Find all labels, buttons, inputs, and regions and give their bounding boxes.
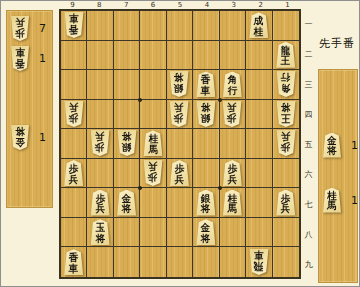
board-square-2三[interactable]: [246, 70, 272, 100]
board-square-9四[interactable]: 歩兵: [61, 100, 87, 130]
piece-body: 歩兵: [63, 160, 84, 186]
shogi-piece-sente[interactable]: 桂馬: [222, 190, 243, 216]
board-square-1三[interactable]: 角行: [273, 70, 299, 100]
board-square-6五[interactable]: 桂馬: [140, 129, 166, 159]
board-square-3七[interactable]: 桂馬: [220, 188, 246, 218]
board-square-9六[interactable]: 歩兵: [61, 159, 87, 189]
piece-body: 香車: [195, 71, 216, 97]
shogi-piece-sente[interactable]: 香車: [195, 71, 216, 97]
piece-body: 王将: [275, 101, 296, 127]
board-square-8五[interactable]: 歩兵: [87, 129, 113, 159]
board-square-6一[interactable]: [140, 11, 166, 41]
piece-kanji: 兵: [69, 175, 79, 186]
shogi-piece-gote[interactable]: 歩兵: [275, 130, 296, 156]
board-square-8六[interactable]: [87, 159, 113, 189]
piece-kanji: 兵: [69, 102, 79, 113]
board-square-2六[interactable]: [246, 159, 272, 189]
piece-kanji: 将: [95, 234, 105, 245]
piece-kanji: 銀: [122, 142, 132, 153]
board-square-3六[interactable]: 歩兵: [220, 159, 246, 189]
board-square-3一[interactable]: [220, 11, 246, 41]
board-square-2八[interactable]: [246, 218, 272, 248]
rank-label: 八: [302, 219, 315, 249]
board-square-1六[interactable]: [273, 159, 299, 189]
file-label: 4: [193, 1, 220, 9]
turn-indicator: 先手番: [315, 36, 359, 51]
piece-body: 歩兵: [275, 130, 296, 156]
piece-kanji: 馬: [327, 201, 337, 212]
hand-piece-gote[interactable]: 歩兵: [10, 16, 30, 41]
hand-piece-sente[interactable]: 桂馬: [322, 188, 342, 213]
piece-body: 歩兵: [10, 16, 30, 41]
board-square-7五[interactable]: 銀将: [114, 129, 140, 159]
piece-kanji: 金: [15, 136, 25, 147]
piece-kanji: 兵: [228, 175, 238, 186]
piece-body: 金将: [10, 125, 30, 150]
board-square-1一[interactable]: [273, 11, 299, 41]
hand-count: 1: [351, 194, 358, 207]
rank-label: 九: [302, 249, 315, 279]
board-square-4一[interactable]: [193, 11, 219, 41]
piece-kanji: 王: [281, 112, 291, 123]
rank-label: 六: [302, 159, 315, 189]
board-square-8三[interactable]: [87, 70, 113, 100]
piece-kanji: 馬: [148, 145, 158, 156]
hand-item: 歩兵7: [10, 15, 46, 41]
board-square-5六[interactable]: 歩兵: [167, 159, 193, 189]
board-square-8四[interactable]: [87, 100, 113, 130]
board-square-7八[interactable]: [114, 218, 140, 248]
board-square-6四[interactable]: [140, 100, 166, 130]
piece-body: 香車: [63, 249, 84, 275]
board-square-9七[interactable]: [61, 188, 87, 218]
piece-body: 角行: [222, 71, 243, 97]
board-square-4三[interactable]: 香車: [193, 70, 219, 100]
hoshi-dot: [218, 186, 222, 190]
board-square-1七[interactable]: 歩兵: [273, 188, 299, 218]
piece-body: 歩兵: [169, 160, 190, 186]
shogi-app-window: 987654321 香車成桂龍王銀将香車角行角行歩兵歩兵銀将歩兵王将歩兵銀将桂馬…: [0, 0, 360, 287]
piece-kanji: 兵: [95, 204, 105, 215]
file-labels: 987654321: [59, 1, 301, 9]
hoshi-dot: [138, 186, 142, 190]
piece-kanji: 車: [69, 264, 79, 275]
board-square-1二[interactable]: 龍王: [273, 41, 299, 71]
board-square-6八[interactable]: [140, 218, 166, 248]
board-square-8二[interactable]: [87, 41, 113, 71]
piece-kanji: 将: [175, 72, 185, 83]
piece-kanji: 車: [69, 13, 79, 24]
shogi-piece-gote[interactable]: 銀将: [116, 130, 137, 156]
board-square-2二[interactable]: [246, 41, 272, 71]
board-square-3八[interactable]: [220, 218, 246, 248]
board-square-5二[interactable]: [167, 41, 193, 71]
board-square-8八[interactable]: 玉将: [87, 218, 113, 248]
shogi-piece-sente[interactable]: 桂馬: [143, 130, 164, 156]
piece-kanji: 将: [327, 146, 337, 157]
piece-kanji: 車: [15, 47, 25, 58]
board-square-5四[interactable]: 歩兵: [167, 100, 193, 130]
piece-kanji: 車: [201, 86, 211, 97]
sente-hand-tray: 金将1桂馬1: [318, 69, 358, 283]
hoshi-dot: [218, 98, 222, 102]
piece-kanji: 行: [228, 86, 238, 97]
piece-body: 歩兵: [63, 101, 84, 127]
piece-body: 龍王: [275, 42, 296, 68]
piece-kanji: 歩: [95, 142, 105, 153]
piece-kanji: 飛: [254, 261, 264, 272]
piece-kanji: 馬: [228, 204, 238, 215]
board-square-5八[interactable]: [167, 218, 193, 248]
hoshi-dot: [138, 98, 142, 102]
file-label: 2: [247, 1, 274, 9]
piece-body: 金将: [116, 190, 137, 216]
hand-item: 金将1: [10, 124, 46, 150]
hand-item: 桂馬1: [322, 187, 358, 213]
piece-kanji: 歩: [281, 142, 291, 153]
board-square-5五[interactable]: [167, 129, 193, 159]
shogi-piece-sente[interactable]: 歩兵: [222, 160, 243, 186]
hand-item: 金将1: [322, 132, 358, 158]
board-square-9八[interactable]: [61, 218, 87, 248]
file-label: 6: [140, 1, 167, 9]
piece-body: 歩兵: [222, 160, 243, 186]
piece-body: 金将: [322, 133, 342, 158]
piece-kanji: 将: [201, 204, 211, 215]
shogi-piece-gote[interactable]: 王将: [275, 101, 296, 127]
shogi-piece-gote[interactable]: 歩兵: [222, 101, 243, 127]
piece-kanji: 将: [122, 131, 132, 142]
piece-kanji: 兵: [281, 131, 291, 142]
piece-body: 歩兵: [222, 101, 243, 127]
board-square-6三[interactable]: [140, 70, 166, 100]
board-square-8九[interactable]: [87, 247, 113, 277]
board-square-5九[interactable]: [167, 247, 193, 277]
piece-body: 銀将: [195, 190, 216, 216]
piece-body: 銀将: [116, 130, 137, 156]
board-square-4八[interactable]: 金将: [193, 218, 219, 248]
board-square-6二[interactable]: [140, 41, 166, 71]
board-square-2九[interactable]: 飛車: [246, 247, 272, 277]
rank-label: 四: [302, 99, 315, 129]
board-square-1八[interactable]: [273, 218, 299, 248]
piece-body: 金将: [195, 219, 216, 245]
piece-kanji: 兵: [175, 175, 185, 186]
board-square-1四[interactable]: 王将: [273, 100, 299, 130]
shogi-piece-sente[interactable]: 金将: [195, 219, 216, 245]
shogi-piece-sente[interactable]: 玉将: [90, 219, 111, 245]
piece-kanji: 兵: [148, 161, 158, 172]
board-square-5三[interactable]: 銀将: [167, 70, 193, 100]
shogi-piece-sente[interactable]: 成桂: [248, 12, 269, 38]
piece-kanji: 歩: [15, 27, 25, 38]
file-label: 3: [220, 1, 247, 9]
shogi-piece-gote[interactable]: 角行: [275, 71, 296, 97]
shogi-piece-gote[interactable]: 銀将: [169, 71, 190, 97]
piece-kanji: 銀: [175, 83, 185, 94]
hand-count: 1: [39, 131, 46, 144]
shogi-piece-gote[interactable]: 銀将: [195, 101, 216, 127]
board-square-4四[interactable]: 銀将: [193, 100, 219, 130]
piece-kanji: 兵: [281, 204, 291, 215]
board-square-2七[interactable]: [246, 188, 272, 218]
piece-kanji: 桂: [254, 27, 264, 38]
board-square-7二[interactable]: [114, 41, 140, 71]
board-square-8一[interactable]: [87, 11, 113, 41]
board-square-3九[interactable]: [220, 247, 246, 277]
file-label: 1: [274, 1, 301, 9]
piece-kanji: 将: [201, 102, 211, 113]
piece-body: 歩兵: [169, 101, 190, 127]
shogi-piece-sente[interactable]: 金将: [116, 190, 137, 216]
piece-kanji: 将: [122, 204, 132, 215]
board-square-9三[interactable]: [61, 70, 87, 100]
piece-kanji: 将: [201, 234, 211, 245]
shogi-piece-gote[interactable]: 飛車: [248, 249, 269, 275]
piece-body: 香車: [63, 12, 84, 38]
piece-body: 桂馬: [222, 190, 243, 216]
board-square-7一[interactable]: [114, 11, 140, 41]
piece-kanji: 将: [281, 102, 291, 113]
board-square-3五[interactable]: [220, 129, 246, 159]
shogi-piece-sente[interactable]: 歩兵: [275, 190, 296, 216]
piece-kanji: 行: [281, 72, 291, 83]
hand-piece-gote[interactable]: 香車: [10, 46, 30, 71]
piece-body: 銀将: [195, 101, 216, 127]
hand-piece-sente[interactable]: 金将: [322, 133, 342, 158]
shogi-piece-sente[interactable]: 歩兵: [63, 160, 84, 186]
hand-count: 1: [351, 139, 358, 152]
piece-body: 成桂: [248, 12, 269, 38]
board-square-5七[interactable]: [167, 188, 193, 218]
piece-body: 歩兵: [90, 190, 111, 216]
piece-body: 角行: [275, 71, 296, 97]
board-square-2五[interactable]: [246, 129, 272, 159]
file-label: 8: [86, 1, 113, 9]
board-square-3四[interactable]: 歩兵: [220, 100, 246, 130]
piece-kanji: 兵: [15, 17, 25, 28]
piece-body: 玉将: [90, 219, 111, 245]
shogi-piece-sente[interactable]: 香車: [63, 249, 84, 275]
board-square-3二[interactable]: [220, 41, 246, 71]
shogi-piece-gote[interactable]: 歩兵: [169, 101, 190, 127]
board-square-5一[interactable]: [167, 11, 193, 41]
piece-kanji: 香: [15, 57, 25, 68]
rank-label: 三: [302, 69, 315, 99]
shogi-board: 香車成桂龍王銀将香車角行角行歩兵歩兵銀将歩兵王将歩兵銀将桂馬歩兵歩兵歩兵歩兵歩兵…: [59, 9, 301, 279]
board-square-9九[interactable]: 香車: [61, 247, 87, 277]
piece-kanji: 歩: [69, 112, 79, 123]
shogi-piece-gote[interactable]: 歩兵: [90, 130, 111, 156]
piece-body: 桂馬: [322, 188, 342, 213]
shogi-piece-gote[interactable]: 歩兵: [143, 160, 164, 186]
board-square-6七[interactable]: [140, 188, 166, 218]
shogi-piece-sente[interactable]: 歩兵: [169, 160, 190, 186]
piece-body: 飛車: [248, 249, 269, 275]
board-square-4五[interactable]: [193, 129, 219, 159]
board-square-7六[interactable]: [114, 159, 140, 189]
piece-kanji: 歩: [148, 172, 158, 183]
board-square-4六[interactable]: [193, 159, 219, 189]
board-square-8七[interactable]: 歩兵: [87, 188, 113, 218]
rank-label: 二: [302, 39, 315, 69]
hand-count: 7: [39, 22, 46, 35]
shogi-piece-sente[interactable]: 角行: [222, 71, 243, 97]
board-square-7九[interactable]: [114, 247, 140, 277]
piece-body: 香車: [10, 46, 30, 71]
piece-kanji: 歩: [228, 112, 238, 123]
board-square-2一[interactable]: 成桂: [246, 11, 272, 41]
file-label: 9: [59, 1, 86, 9]
board-square-9二[interactable]: [61, 41, 87, 71]
board-square-4九[interactable]: [193, 247, 219, 277]
piece-kanji: 兵: [228, 102, 238, 113]
piece-body: 銀将: [169, 71, 190, 97]
board-square-4二[interactable]: [193, 41, 219, 71]
piece-kanji: 歩: [175, 112, 185, 123]
shogi-piece-sente[interactable]: 銀将: [195, 190, 216, 216]
shogi-piece-gote[interactable]: 歩兵: [63, 101, 84, 127]
piece-body: 歩兵: [143, 160, 164, 186]
board-square-6九[interactable]: [140, 247, 166, 277]
piece-kanji: 兵: [175, 102, 185, 113]
shogi-piece-gote[interactable]: 香車: [63, 12, 84, 38]
piece-body: 桂馬: [143, 130, 164, 156]
board-square-2四[interactable]: [246, 100, 272, 130]
hand-count: 1: [39, 52, 46, 65]
piece-kanji: 車: [254, 250, 264, 261]
board-square-1五[interactable]: 歩兵: [273, 129, 299, 159]
file-label: 7: [113, 1, 140, 9]
board-square-7四[interactable]: [114, 100, 140, 130]
shogi-piece-sente[interactable]: 龍王: [275, 42, 296, 68]
piece-body: 歩兵: [275, 190, 296, 216]
rank-label: 七: [302, 189, 315, 219]
hand-item: 香車1: [10, 45, 46, 71]
piece-kanji: 王: [281, 56, 291, 67]
shogi-piece-sente[interactable]: 歩兵: [90, 190, 111, 216]
board-square-6六[interactable]: 歩兵: [140, 159, 166, 189]
board-square-9一[interactable]: 香車: [61, 11, 87, 41]
board-square-7三[interactable]: [114, 70, 140, 100]
hand-piece-gote[interactable]: 金将: [10, 125, 30, 150]
board-square-4七[interactable]: 銀将: [193, 188, 219, 218]
file-label: 5: [167, 1, 194, 9]
piece-body: 歩兵: [90, 130, 111, 156]
piece-kanji: 将: [15, 126, 25, 137]
piece-kanji: 銀: [201, 112, 211, 123]
piece-kanji: 兵: [95, 131, 105, 142]
board-square-3三[interactable]: 角行: [220, 70, 246, 100]
rank-label: 五: [302, 129, 315, 159]
gote-hand-tray: 歩兵7香車1金将1: [6, 10, 53, 208]
rank-label: 一: [302, 9, 315, 39]
board-square-9五[interactable]: [61, 129, 87, 159]
piece-kanji: 角: [281, 83, 291, 94]
board-square-1九[interactable]: [273, 247, 299, 277]
rank-labels: 一二三四五六七八九: [302, 9, 315, 279]
piece-kanji: 香: [69, 24, 79, 35]
board-square-7七[interactable]: 金将: [114, 188, 140, 218]
